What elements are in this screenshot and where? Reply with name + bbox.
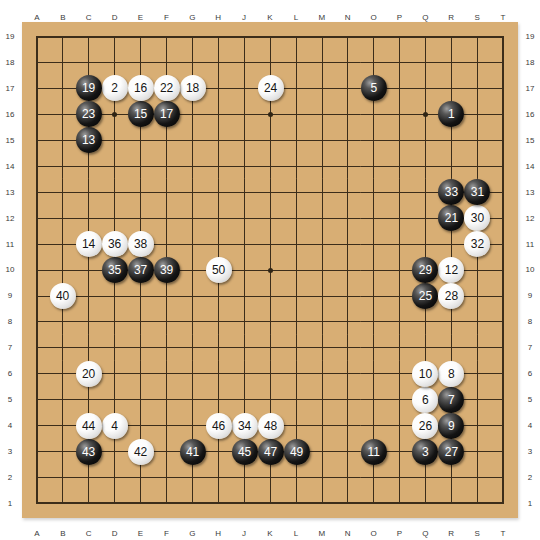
intersection-N10[interactable] (335, 257, 361, 283)
intersection-A12[interactable] (24, 205, 50, 231)
intersection-H16[interactable] (206, 101, 232, 127)
intersection-D16[interactable] (102, 101, 128, 127)
intersection-S16[interactable] (464, 101, 490, 127)
intersection-K16[interactable] (258, 101, 284, 127)
intersection-A10[interactable] (24, 257, 50, 283)
intersection-T1[interactable] (490, 490, 516, 516)
intersection-A18[interactable] (24, 50, 50, 76)
intersection-G5[interactable] (180, 387, 206, 413)
intersection-L12[interactable] (284, 205, 310, 231)
intersection-H14[interactable] (206, 153, 232, 179)
intersection-T8[interactable] (490, 309, 516, 335)
intersection-O4[interactable] (361, 413, 387, 439)
intersection-L5[interactable] (284, 387, 310, 413)
intersection-A3[interactable] (24, 439, 50, 465)
intersection-K12[interactable] (258, 205, 284, 231)
intersection-J12[interactable] (232, 205, 258, 231)
intersection-E19[interactable] (128, 24, 154, 50)
intersection-O1[interactable] (361, 490, 387, 516)
intersection-B15[interactable] (50, 127, 76, 153)
intersection-H8[interactable] (206, 309, 232, 335)
intersection-O6[interactable] (361, 361, 387, 387)
intersection-F12[interactable] (154, 205, 180, 231)
intersection-N13[interactable] (335, 179, 361, 205)
intersection-S19[interactable] (464, 24, 490, 50)
intersection-D13[interactable] (102, 179, 128, 205)
intersection-P2[interactable] (387, 465, 413, 491)
intersection-L1[interactable] (284, 490, 310, 516)
intersection-N3[interactable] (335, 439, 361, 465)
intersection-J8[interactable] (232, 309, 258, 335)
intersection-K11[interactable] (258, 231, 284, 257)
intersection-M2[interactable] (310, 465, 336, 491)
intersection-B16[interactable] (50, 101, 76, 127)
intersection-T10[interactable] (490, 257, 516, 283)
intersection-O16[interactable] (361, 101, 387, 127)
intersection-L11[interactable] (284, 231, 310, 257)
intersection-T5[interactable] (490, 387, 516, 413)
intersection-B8[interactable] (50, 309, 76, 335)
intersection-D2[interactable] (102, 465, 128, 491)
intersection-F14[interactable] (154, 153, 180, 179)
intersection-G13[interactable] (180, 179, 206, 205)
intersection-G2[interactable] (180, 465, 206, 491)
intersection-S4[interactable] (464, 413, 490, 439)
intersection-E12[interactable] (128, 205, 154, 231)
intersection-G15[interactable] (180, 127, 206, 153)
intersection-C12[interactable] (76, 205, 102, 231)
intersection-P4[interactable] (387, 413, 413, 439)
intersection-J7[interactable] (232, 335, 258, 361)
intersection-C19[interactable] (76, 24, 102, 50)
intersection-L2[interactable] (284, 465, 310, 491)
intersection-H3[interactable] (206, 439, 232, 465)
intersection-K18[interactable] (258, 50, 284, 76)
intersection-G19[interactable] (180, 24, 206, 50)
intersection-H2[interactable] (206, 465, 232, 491)
intersection-R17[interactable] (438, 75, 464, 101)
intersection-J18[interactable] (232, 50, 258, 76)
intersection-A6[interactable] (24, 361, 50, 387)
intersection-K5[interactable] (258, 387, 284, 413)
intersection-N8[interactable] (335, 309, 361, 335)
intersection-M8[interactable] (310, 309, 336, 335)
intersection-K15[interactable] (258, 127, 284, 153)
intersection-M6[interactable] (310, 361, 336, 387)
intersection-R8[interactable] (438, 309, 464, 335)
intersection-E13[interactable] (128, 179, 154, 205)
intersection-D5[interactable] (102, 387, 128, 413)
intersection-L6[interactable] (284, 361, 310, 387)
intersection-T13[interactable] (490, 179, 516, 205)
intersection-N18[interactable] (335, 50, 361, 76)
intersection-K14[interactable] (258, 153, 284, 179)
intersection-C8[interactable] (76, 309, 102, 335)
intersection-P12[interactable] (387, 205, 413, 231)
intersection-F15[interactable] (154, 127, 180, 153)
intersection-T15[interactable] (490, 127, 516, 153)
intersection-A16[interactable] (24, 101, 50, 127)
intersection-N19[interactable] (335, 24, 361, 50)
intersection-K13[interactable] (258, 179, 284, 205)
intersection-O19[interactable] (361, 24, 387, 50)
intersection-C1[interactable] (76, 490, 102, 516)
intersection-A15[interactable] (24, 127, 50, 153)
intersection-M17[interactable] (310, 75, 336, 101)
intersection-D9[interactable] (102, 283, 128, 309)
intersection-J6[interactable] (232, 361, 258, 387)
intersection-M10[interactable] (310, 257, 336, 283)
intersection-B14[interactable] (50, 153, 76, 179)
intersection-A11[interactable] (24, 231, 50, 257)
intersection-D8[interactable] (102, 309, 128, 335)
intersection-L4[interactable] (284, 413, 310, 439)
intersection-S6[interactable] (464, 361, 490, 387)
intersection-P18[interactable] (387, 50, 413, 76)
intersection-G7[interactable] (180, 335, 206, 361)
intersection-C9[interactable] (76, 283, 102, 309)
intersection-O10[interactable] (361, 257, 387, 283)
intersection-K1[interactable] (258, 490, 284, 516)
intersection-D15[interactable] (102, 127, 128, 153)
intersection-Q8[interactable] (412, 309, 438, 335)
intersection-J1[interactable] (232, 490, 258, 516)
intersection-L17[interactable] (284, 75, 310, 101)
intersection-M7[interactable] (310, 335, 336, 361)
intersection-L7[interactable] (284, 335, 310, 361)
intersection-G6[interactable] (180, 361, 206, 387)
intersection-N7[interactable] (335, 335, 361, 361)
intersection-P8[interactable] (387, 309, 413, 335)
intersection-L13[interactable] (284, 179, 310, 205)
intersection-B19[interactable] (50, 24, 76, 50)
intersection-P13[interactable] (387, 179, 413, 205)
intersection-D7[interactable] (102, 335, 128, 361)
intersection-O14[interactable] (361, 153, 387, 179)
intersection-B13[interactable] (50, 179, 76, 205)
intersection-T16[interactable] (490, 101, 516, 127)
intersection-R7[interactable] (438, 335, 464, 361)
intersection-G10[interactable] (180, 257, 206, 283)
intersection-E1[interactable] (128, 490, 154, 516)
intersection-O12[interactable] (361, 205, 387, 231)
intersection-G16[interactable] (180, 101, 206, 127)
intersection-N9[interactable] (335, 283, 361, 309)
intersection-T3[interactable] (490, 439, 516, 465)
intersection-F8[interactable] (154, 309, 180, 335)
intersection-P5[interactable] (387, 387, 413, 413)
intersection-M4[interactable] (310, 413, 336, 439)
intersection-E5[interactable] (128, 387, 154, 413)
intersection-G1[interactable] (180, 490, 206, 516)
intersection-G14[interactable] (180, 153, 206, 179)
intersection-L14[interactable] (284, 153, 310, 179)
intersection-O11[interactable] (361, 231, 387, 257)
intersection-B2[interactable] (50, 465, 76, 491)
intersection-L8[interactable] (284, 309, 310, 335)
intersection-S3[interactable] (464, 439, 490, 465)
intersection-M14[interactable] (310, 153, 336, 179)
intersection-G9[interactable] (180, 283, 206, 309)
intersection-S14[interactable] (464, 153, 490, 179)
intersection-B18[interactable] (50, 50, 76, 76)
intersection-H15[interactable] (206, 127, 232, 153)
intersection-S8[interactable] (464, 309, 490, 335)
intersection-D18[interactable] (102, 50, 128, 76)
intersection-S15[interactable] (464, 127, 490, 153)
intersection-C5[interactable] (76, 387, 102, 413)
intersection-F4[interactable] (154, 413, 180, 439)
intersection-T18[interactable] (490, 50, 516, 76)
intersection-E2[interactable] (128, 465, 154, 491)
intersection-D1[interactable] (102, 490, 128, 516)
intersection-Q14[interactable] (412, 153, 438, 179)
intersection-N17[interactable] (335, 75, 361, 101)
intersection-J15[interactable] (232, 127, 258, 153)
intersection-A5[interactable] (24, 387, 50, 413)
intersection-R1[interactable] (438, 490, 464, 516)
intersection-P15[interactable] (387, 127, 413, 153)
intersection-L15[interactable] (284, 127, 310, 153)
intersection-A2[interactable] (24, 465, 50, 491)
intersection-O15[interactable] (361, 127, 387, 153)
intersection-D19[interactable] (102, 24, 128, 50)
intersection-P1[interactable] (387, 490, 413, 516)
intersection-C7[interactable] (76, 335, 102, 361)
intersection-L9[interactable] (284, 283, 310, 309)
intersection-A14[interactable] (24, 153, 50, 179)
intersection-T4[interactable] (490, 413, 516, 439)
intersection-T2[interactable] (490, 465, 516, 491)
intersection-F5[interactable] (154, 387, 180, 413)
intersection-T9[interactable] (490, 283, 516, 309)
intersection-P3[interactable] (387, 439, 413, 465)
intersection-F3[interactable] (154, 439, 180, 465)
intersection-A19[interactable] (24, 24, 50, 50)
intersection-T11[interactable] (490, 231, 516, 257)
intersection-B3[interactable] (50, 439, 76, 465)
intersection-J2[interactable] (232, 465, 258, 491)
intersection-A9[interactable] (24, 283, 50, 309)
intersection-P10[interactable] (387, 257, 413, 283)
intersection-M12[interactable] (310, 205, 336, 231)
intersection-N15[interactable] (335, 127, 361, 153)
intersection-M3[interactable] (310, 439, 336, 465)
intersection-H13[interactable] (206, 179, 232, 205)
intersection-F7[interactable] (154, 335, 180, 361)
intersection-N1[interactable] (335, 490, 361, 516)
intersection-M19[interactable] (310, 24, 336, 50)
intersection-A13[interactable] (24, 179, 50, 205)
intersection-F11[interactable] (154, 231, 180, 257)
intersection-K2[interactable] (258, 465, 284, 491)
intersection-H7[interactable] (206, 335, 232, 361)
intersection-F1[interactable] (154, 490, 180, 516)
intersection-P7[interactable] (387, 335, 413, 361)
intersection-C14[interactable] (76, 153, 102, 179)
intersection-A4[interactable] (24, 413, 50, 439)
intersection-A7[interactable] (24, 335, 50, 361)
intersection-G4[interactable] (180, 413, 206, 439)
intersection-N6[interactable] (335, 361, 361, 387)
intersection-N5[interactable] (335, 387, 361, 413)
intersection-H5[interactable] (206, 387, 232, 413)
intersection-Q16[interactable] (412, 101, 438, 127)
intersection-S5[interactable] (464, 387, 490, 413)
intersection-J5[interactable] (232, 387, 258, 413)
intersection-B11[interactable] (50, 231, 76, 257)
intersection-H9[interactable] (206, 283, 232, 309)
intersection-T19[interactable] (490, 24, 516, 50)
intersection-N16[interactable] (335, 101, 361, 127)
intersection-P14[interactable] (387, 153, 413, 179)
intersection-J13[interactable] (232, 179, 258, 205)
intersection-R2[interactable] (438, 465, 464, 491)
intersection-E4[interactable] (128, 413, 154, 439)
intersection-T12[interactable] (490, 205, 516, 231)
intersection-Q2[interactable] (412, 465, 438, 491)
intersection-C10[interactable] (76, 257, 102, 283)
intersection-S9[interactable] (464, 283, 490, 309)
intersection-Q7[interactable] (412, 335, 438, 361)
intersection-R19[interactable] (438, 24, 464, 50)
intersection-Q19[interactable] (412, 24, 438, 50)
intersection-F2[interactable] (154, 465, 180, 491)
intersection-O8[interactable] (361, 309, 387, 335)
intersection-J11[interactable] (232, 231, 258, 257)
intersection-O2[interactable] (361, 465, 387, 491)
intersection-L10[interactable] (284, 257, 310, 283)
intersection-E6[interactable] (128, 361, 154, 387)
intersection-P17[interactable] (387, 75, 413, 101)
intersection-M5[interactable] (310, 387, 336, 413)
intersection-M15[interactable] (310, 127, 336, 153)
intersection-T6[interactable] (490, 361, 516, 387)
intersection-Q1[interactable] (412, 490, 438, 516)
intersection-Q13[interactable] (412, 179, 438, 205)
intersection-L19[interactable] (284, 24, 310, 50)
intersection-S17[interactable] (464, 75, 490, 101)
intersection-N11[interactable] (335, 231, 361, 257)
intersection-J19[interactable] (232, 24, 258, 50)
intersection-Q12[interactable] (412, 205, 438, 231)
intersection-B12[interactable] (50, 205, 76, 231)
intersection-L16[interactable] (284, 101, 310, 127)
intersection-R15[interactable] (438, 127, 464, 153)
intersection-N2[interactable] (335, 465, 361, 491)
intersection-A1[interactable] (24, 490, 50, 516)
intersection-O18[interactable] (361, 50, 387, 76)
intersection-N4[interactable] (335, 413, 361, 439)
intersection-K7[interactable] (258, 335, 284, 361)
intersection-G12[interactable] (180, 205, 206, 231)
intersection-F18[interactable] (154, 50, 180, 76)
intersection-B5[interactable] (50, 387, 76, 413)
intersection-Q17[interactable] (412, 75, 438, 101)
intersection-R14[interactable] (438, 153, 464, 179)
intersection-S1[interactable] (464, 490, 490, 516)
intersection-O7[interactable] (361, 335, 387, 361)
intersection-M16[interactable] (310, 101, 336, 127)
intersection-P19[interactable] (387, 24, 413, 50)
intersection-B1[interactable] (50, 490, 76, 516)
intersection-O5[interactable] (361, 387, 387, 413)
intersection-K19[interactable] (258, 24, 284, 50)
intersection-S7[interactable] (464, 335, 490, 361)
intersection-N14[interactable] (335, 153, 361, 179)
intersection-C18[interactable] (76, 50, 102, 76)
intersection-S2[interactable] (464, 465, 490, 491)
intersection-F13[interactable] (154, 179, 180, 205)
intersection-M1[interactable] (310, 490, 336, 516)
intersection-H18[interactable] (206, 50, 232, 76)
intersection-R18[interactable] (438, 50, 464, 76)
intersection-H1[interactable] (206, 490, 232, 516)
intersection-M11[interactable] (310, 231, 336, 257)
intersection-B4[interactable] (50, 413, 76, 439)
intersection-J14[interactable] (232, 153, 258, 179)
intersection-T14[interactable] (490, 153, 516, 179)
intersection-P9[interactable] (387, 283, 413, 309)
intersection-Q15[interactable] (412, 127, 438, 153)
intersection-P16[interactable] (387, 101, 413, 127)
intersection-H12[interactable] (206, 205, 232, 231)
intersection-P11[interactable] (387, 231, 413, 257)
intersection-S18[interactable] (464, 50, 490, 76)
intersection-H6[interactable] (206, 361, 232, 387)
intersection-K8[interactable] (258, 309, 284, 335)
intersection-M9[interactable] (310, 283, 336, 309)
intersection-T17[interactable] (490, 75, 516, 101)
intersection-R11[interactable] (438, 231, 464, 257)
intersection-J16[interactable] (232, 101, 258, 127)
intersection-F9[interactable] (154, 283, 180, 309)
intersection-G11[interactable] (180, 231, 206, 257)
intersection-D6[interactable] (102, 361, 128, 387)
intersection-H19[interactable] (206, 24, 232, 50)
intersection-H11[interactable] (206, 231, 232, 257)
intersection-E8[interactable] (128, 309, 154, 335)
intersection-M18[interactable] (310, 50, 336, 76)
intersection-E18[interactable] (128, 50, 154, 76)
intersection-P6[interactable] (387, 361, 413, 387)
intersection-F6[interactable] (154, 361, 180, 387)
intersection-E15[interactable] (128, 127, 154, 153)
intersection-B6[interactable] (50, 361, 76, 387)
intersection-Q18[interactable] (412, 50, 438, 76)
intersection-L18[interactable] (284, 50, 310, 76)
intersection-E7[interactable] (128, 335, 154, 361)
intersection-A8[interactable] (24, 309, 50, 335)
intersection-D3[interactable] (102, 439, 128, 465)
intersection-K9[interactable] (258, 283, 284, 309)
intersection-D12[interactable] (102, 205, 128, 231)
intersection-J9[interactable] (232, 283, 258, 309)
intersection-C2[interactable] (76, 465, 102, 491)
intersection-G18[interactable] (180, 50, 206, 76)
intersection-K6[interactable] (258, 361, 284, 387)
intersection-H17[interactable] (206, 75, 232, 101)
intersection-G8[interactable] (180, 309, 206, 335)
intersection-E14[interactable] (128, 153, 154, 179)
intersection-J17[interactable] (232, 75, 258, 101)
intersection-M13[interactable] (310, 179, 336, 205)
intersection-O13[interactable] (361, 179, 387, 205)
intersection-D14[interactable] (102, 153, 128, 179)
intersection-S10[interactable] (464, 257, 490, 283)
intersection-N12[interactable] (335, 205, 361, 231)
intersection-A17[interactable] (24, 75, 50, 101)
